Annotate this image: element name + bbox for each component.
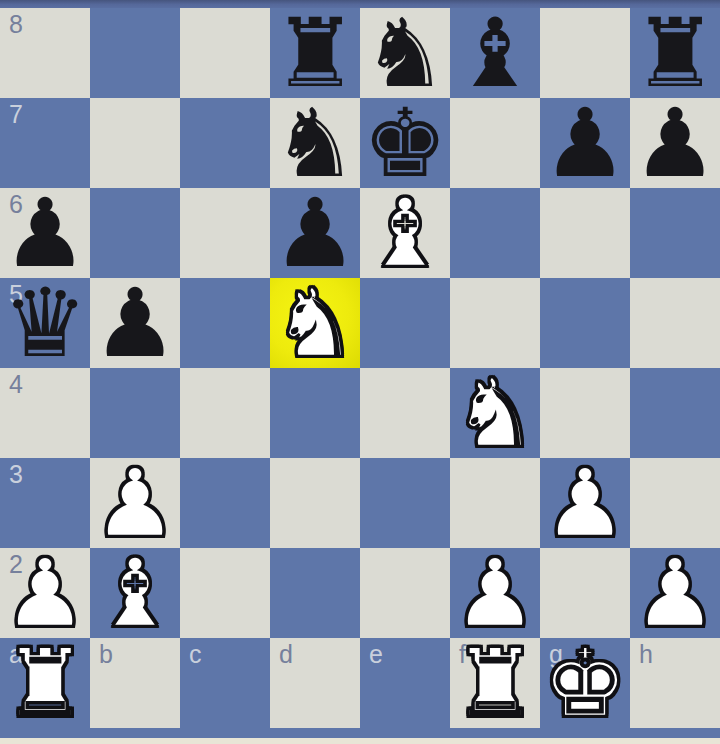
bottom-strip (0, 738, 720, 744)
file-label-d: d (279, 641, 293, 669)
square-d7[interactable]: ♞ (270, 98, 360, 188)
square-e6[interactable]: ♝ (360, 188, 450, 278)
top-bar (0, 0, 720, 8)
piece-black-queen[interactable]: ♛ (0, 278, 90, 368)
piece-white-bishop[interactable]: ♝ (90, 548, 180, 638)
square-a7[interactable]: 7 (0, 98, 90, 188)
piece-black-rook[interactable]: ♜ (270, 8, 360, 98)
square-e8[interactable]: ♞ (360, 8, 450, 98)
square-b7[interactable] (90, 98, 180, 188)
square-b8[interactable] (90, 8, 180, 98)
file-label-c: c (189, 641, 202, 669)
square-c1[interactable]: c (180, 638, 270, 728)
square-g5[interactable] (540, 278, 630, 368)
piece-white-rook[interactable]: ♜ (450, 638, 540, 728)
square-d5[interactable]: ♞ (270, 278, 360, 368)
square-f6[interactable] (450, 188, 540, 278)
square-g3[interactable]: ♟ (540, 458, 630, 548)
square-d4[interactable] (270, 368, 360, 458)
square-f5[interactable] (450, 278, 540, 368)
square-a8[interactable]: 8 (0, 8, 90, 98)
piece-white-knight[interactable]: ♞ (270, 278, 360, 368)
square-d8[interactable]: ♜ (270, 8, 360, 98)
square-f8[interactable]: ♝ (450, 8, 540, 98)
piece-black-king[interactable]: ♚ (360, 98, 450, 188)
square-b6[interactable] (90, 188, 180, 278)
piece-black-knight[interactable]: ♞ (270, 98, 360, 188)
square-c4[interactable] (180, 368, 270, 458)
square-e4[interactable] (360, 368, 450, 458)
square-e3[interactable] (360, 458, 450, 548)
square-c6[interactable] (180, 188, 270, 278)
square-b1[interactable]: b (90, 638, 180, 728)
square-a4[interactable]: 4 (0, 368, 90, 458)
square-h8[interactable]: ♜ (630, 8, 720, 98)
square-h1[interactable]: h (630, 638, 720, 728)
square-c8[interactable] (180, 8, 270, 98)
rank-label-3: 3 (9, 461, 23, 489)
piece-white-bishop[interactable]: ♝ (360, 188, 450, 278)
square-g2[interactable] (540, 548, 630, 638)
square-f2[interactable]: ♟ (450, 548, 540, 638)
square-b5[interactable]: ♟ (90, 278, 180, 368)
square-a3[interactable]: 3 (0, 458, 90, 548)
square-h6[interactable] (630, 188, 720, 278)
square-h7[interactable]: ♟ (630, 98, 720, 188)
square-d2[interactable] (270, 548, 360, 638)
piece-white-rook[interactable]: ♜ (0, 638, 90, 728)
square-f1[interactable]: f♜ (450, 638, 540, 728)
square-f7[interactable] (450, 98, 540, 188)
square-b3[interactable]: ♟ (90, 458, 180, 548)
piece-black-bishop[interactable]: ♝ (450, 8, 540, 98)
square-f4[interactable]: ♞ (450, 368, 540, 458)
square-h5[interactable] (630, 278, 720, 368)
square-g8[interactable] (540, 8, 630, 98)
square-b2[interactable]: ♝ (90, 548, 180, 638)
piece-black-pawn[interactable]: ♟ (270, 188, 360, 278)
square-b4[interactable] (90, 368, 180, 458)
piece-white-pawn[interactable]: ♟ (0, 548, 90, 638)
square-h2[interactable]: ♟ (630, 548, 720, 638)
square-c2[interactable] (180, 548, 270, 638)
file-label-e: e (369, 641, 383, 669)
square-h3[interactable] (630, 458, 720, 548)
square-h4[interactable] (630, 368, 720, 458)
square-c7[interactable] (180, 98, 270, 188)
piece-black-knight[interactable]: ♞ (360, 8, 450, 98)
square-d6[interactable]: ♟ (270, 188, 360, 278)
piece-white-pawn[interactable]: ♟ (450, 548, 540, 638)
piece-black-rook[interactable]: ♜ (630, 8, 720, 98)
piece-white-king[interactable]: ♚ (540, 638, 630, 728)
piece-white-knight[interactable]: ♞ (450, 368, 540, 458)
rank-label-7: 7 (9, 101, 23, 129)
piece-white-pawn[interactable]: ♟ (90, 458, 180, 548)
square-g7[interactable]: ♟ (540, 98, 630, 188)
square-a6[interactable]: 6♟ (0, 188, 90, 278)
piece-white-pawn[interactable]: ♟ (630, 548, 720, 638)
square-e1[interactable]: e (360, 638, 450, 728)
square-a5[interactable]: 5♛ (0, 278, 90, 368)
square-d1[interactable]: d (270, 638, 360, 728)
square-f3[interactable] (450, 458, 540, 548)
square-a2[interactable]: 2♟ (0, 548, 90, 638)
square-g4[interactable] (540, 368, 630, 458)
square-e5[interactable] (360, 278, 450, 368)
square-a1[interactable]: a♜ (0, 638, 90, 728)
piece-black-pawn[interactable]: ♟ (540, 98, 630, 188)
square-e2[interactable] (360, 548, 450, 638)
square-c5[interactable] (180, 278, 270, 368)
rank-label-8: 8 (9, 11, 23, 39)
square-d3[interactable] (270, 458, 360, 548)
chess-app-screen: 8♜♞♝♜7♞♚♟♟6♟♟♝5♛♟♞4♞3♟♟2♟♝♟♟a♜bcdef♜g♚h (0, 0, 720, 744)
piece-black-pawn[interactable]: ♟ (0, 188, 90, 278)
square-c3[interactable] (180, 458, 270, 548)
piece-white-pawn[interactable]: ♟ (540, 458, 630, 548)
square-g1[interactable]: g♚ (540, 638, 630, 728)
square-g6[interactable] (540, 188, 630, 278)
piece-black-pawn[interactable]: ♟ (90, 278, 180, 368)
square-e7[interactable]: ♚ (360, 98, 450, 188)
chess-board: 8♜♞♝♜7♞♚♟♟6♟♟♝5♛♟♞4♞3♟♟2♟♝♟♟a♜bcdef♜g♚h (0, 8, 720, 728)
piece-black-pawn[interactable]: ♟ (630, 98, 720, 188)
